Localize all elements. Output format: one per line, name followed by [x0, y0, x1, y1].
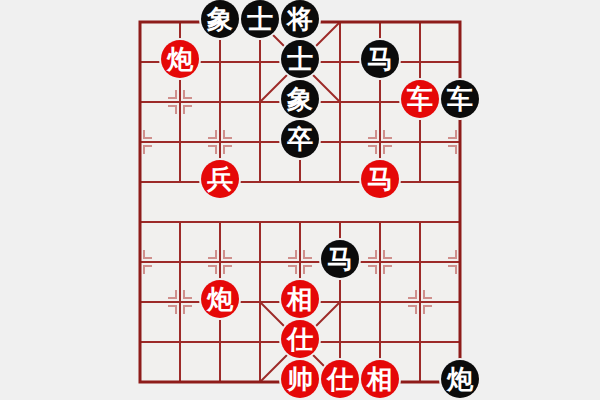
piece-black-advisor[interactable]: 士 [241, 0, 279, 38]
piece-red-general[interactable]: 帅 [281, 360, 319, 398]
xiangqi-app: 象士将炮士马象车车卒兵马马炮相仕帅仕相炮 [0, 0, 600, 400]
piece-black-cannon[interactable]: 炮 [441, 360, 479, 398]
piece-black-chariot[interactable]: 车 [441, 80, 479, 118]
piece-black-horse[interactable]: 马 [321, 240, 359, 278]
piece-black-elephant[interactable]: 象 [281, 80, 319, 118]
piece-red-cannon[interactable]: 炮 [161, 40, 199, 78]
piece-black-general[interactable]: 将 [281, 0, 319, 38]
piece-black-advisor[interactable]: 士 [281, 40, 319, 78]
piece-red-chariot[interactable]: 车 [401, 80, 439, 118]
piece-red-advisor[interactable]: 仕 [281, 320, 319, 358]
piece-red-elephant[interactable]: 相 [281, 280, 319, 318]
piece-red-soldier[interactable]: 兵 [201, 160, 239, 198]
piece-red-horse[interactable]: 马 [361, 160, 399, 198]
piece-red-advisor[interactable]: 仕 [321, 360, 359, 398]
piece-black-elephant[interactable]: 象 [201, 0, 239, 38]
piece-black-horse[interactable]: 马 [361, 40, 399, 78]
piece-red-elephant[interactable]: 相 [361, 360, 399, 398]
piece-red-cannon[interactable]: 炮 [201, 280, 239, 318]
piece-black-soldier[interactable]: 卒 [281, 120, 319, 158]
